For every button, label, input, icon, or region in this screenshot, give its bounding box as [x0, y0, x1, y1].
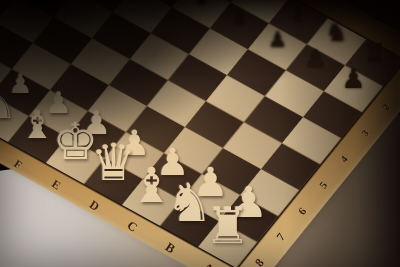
white-knight-g8[interactable]: ♞ — [0, 87, 16, 124]
black-knight-b1[interactable]: ♞ — [325, 20, 348, 45]
white-rook-a8[interactable]: ♜ — [205, 201, 250, 251]
black-pawn-d2[interactable]: ♟ — [231, 10, 248, 29]
black-pawn-e2[interactable]: ♟ — [194, 0, 209, 7]
chessboard-photo-scene: HGFEDCBA12345678 ♚♟♛♟♝♟♞♟♜♟♟♟♟♟♞♟♝♟♚♟♛♟♝… — [0, 0, 400, 267]
black-rook-a1[interactable]: ♜ — [363, 41, 386, 67]
black-pawn-c2[interactable]: ♟ — [268, 28, 287, 49]
pieces-layer: ♚♟♛♟♝♟♞♟♜♟♟♟♟♟♞♟♝♟♚♟♛♟♝♟♞♜ — [0, 0, 400, 267]
white-bishop-f8[interactable]: ♝ — [20, 106, 55, 145]
black-queen-d1[interactable]: ♛ — [251, 0, 270, 3]
black-pawn-a2[interactable]: ♟ — [342, 66, 366, 93]
black-bishop-c1[interactable]: ♝ — [289, 2, 308, 23]
black-pawn-b2[interactable]: ♟ — [305, 47, 327, 71]
